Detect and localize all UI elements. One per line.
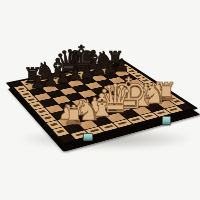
front-latch-icon [83,133,93,141]
chess-set-photo: ♜♞♝♛♚♝♞♜♟♟♟♟♟♟♟♟♟♟♟♟♟♟♟♟♜♞♝♛♚♝♞♜ [0,0,200,200]
piece-black-pawn-a7[interactable]: ♟ [27,74,48,92]
piece-white-rook-a1[interactable]: ♜ [58,103,89,129]
right-latch-icon [162,116,171,125]
